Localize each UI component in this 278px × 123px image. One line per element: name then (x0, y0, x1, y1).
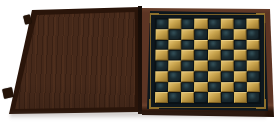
square-h2[interactable] (247, 82, 260, 93)
square-g5[interactable] (234, 50, 247, 61)
square-h4[interactable] (247, 60, 260, 71)
square-a8[interactable] (156, 19, 169, 29)
square-d3[interactable] (194, 71, 207, 82)
square-g4[interactable] (234, 60, 247, 71)
square-b1[interactable] (168, 92, 181, 103)
square-d8[interactable] (195, 19, 208, 29)
square-d2[interactable] (194, 82, 207, 93)
square-d4[interactable] (194, 60, 207, 71)
square-e1[interactable] (208, 92, 221, 103)
square-f4[interactable] (221, 60, 234, 71)
square-d1[interactable] (194, 92, 207, 103)
square-a3[interactable] (155, 71, 168, 82)
square-c4[interactable] (181, 60, 194, 71)
square-g2[interactable] (234, 82, 247, 93)
square-c2[interactable] (181, 82, 194, 93)
clasp-tab-top (23, 14, 32, 24)
square-b5[interactable] (168, 50, 181, 61)
square-c3[interactable] (181, 71, 194, 82)
chess-board (155, 19, 260, 103)
square-h7[interactable] (246, 29, 259, 39)
square-c5[interactable] (181, 50, 194, 61)
chess-case-photo (0, 0, 278, 123)
square-c1[interactable] (181, 92, 194, 103)
square-f5[interactable] (221, 50, 234, 61)
square-e2[interactable] (208, 82, 221, 93)
square-h6[interactable] (246, 39, 259, 49)
square-e5[interactable] (208, 50, 221, 61)
square-e8[interactable] (208, 19, 221, 29)
square-f8[interactable] (220, 19, 233, 29)
square-d7[interactable] (195, 29, 208, 39)
square-g8[interactable] (233, 19, 246, 29)
square-f2[interactable] (221, 82, 234, 93)
square-c6[interactable] (181, 39, 194, 49)
square-a1[interactable] (155, 92, 168, 103)
square-a4[interactable] (155, 60, 168, 71)
square-e7[interactable] (208, 29, 221, 39)
square-d6[interactable] (194, 39, 207, 49)
case-base (142, 5, 274, 119)
square-g7[interactable] (233, 29, 246, 39)
square-a5[interactable] (155, 50, 168, 61)
square-f7[interactable] (220, 29, 233, 39)
square-b4[interactable] (168, 60, 181, 71)
square-c8[interactable] (182, 19, 195, 29)
hinge-gap (138, 6, 142, 114)
ground-shadow (10, 112, 266, 121)
square-e3[interactable] (208, 71, 221, 82)
square-b6[interactable] (168, 39, 181, 49)
square-b2[interactable] (168, 82, 181, 93)
square-g1[interactable] (234, 92, 247, 103)
square-c7[interactable] (182, 29, 195, 39)
square-g6[interactable] (233, 39, 246, 49)
square-g3[interactable] (234, 71, 247, 82)
square-h5[interactable] (247, 50, 260, 61)
square-a6[interactable] (155, 39, 168, 49)
board-panel (147, 11, 268, 111)
square-b3[interactable] (168, 71, 181, 82)
square-e6[interactable] (208, 39, 221, 49)
clasp-tab-bottom (2, 87, 14, 99)
square-h8[interactable] (246, 19, 259, 29)
square-a7[interactable] (156, 29, 169, 39)
square-f6[interactable] (220, 39, 233, 49)
square-a2[interactable] (155, 82, 168, 93)
square-f1[interactable] (221, 92, 234, 103)
square-b7[interactable] (169, 29, 182, 39)
square-h1[interactable] (247, 92, 260, 103)
square-d5[interactable] (194, 50, 207, 61)
square-f3[interactable] (221, 71, 234, 82)
square-b8[interactable] (169, 19, 182, 29)
square-e4[interactable] (208, 60, 221, 71)
square-h3[interactable] (247, 71, 260, 82)
